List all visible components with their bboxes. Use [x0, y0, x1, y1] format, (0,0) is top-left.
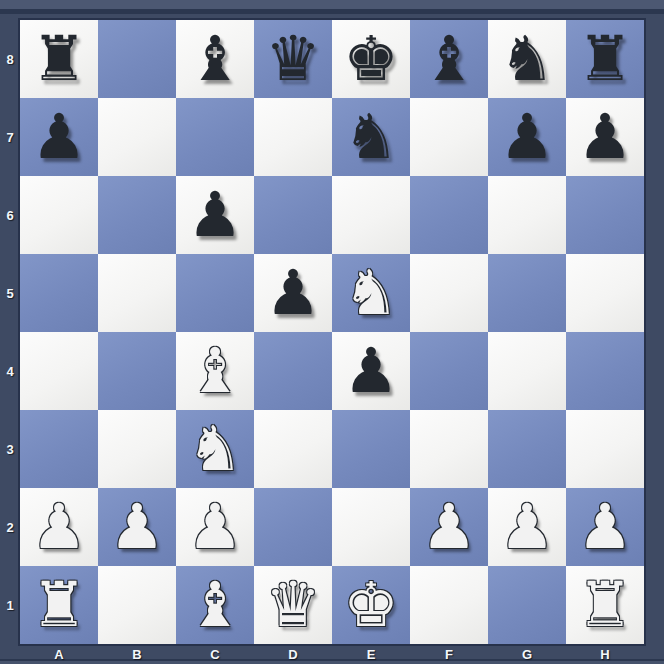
square-f3[interactable] [410, 410, 488, 488]
square-c2[interactable]: ♟ [176, 488, 254, 566]
black-queen[interactable]: ♛ [265, 20, 321, 98]
square-h8[interactable]: ♜ [566, 20, 644, 98]
square-f8[interactable]: ♝ [410, 20, 488, 98]
file-labels: ABCDEFGH [20, 644, 644, 664]
square-g2[interactable]: ♟ [488, 488, 566, 566]
square-g1[interactable] [488, 566, 566, 644]
rank-label-4: 4 [0, 332, 20, 410]
square-h6[interactable] [566, 176, 644, 254]
square-g3[interactable] [488, 410, 566, 488]
rank-label-6: 6 [0, 176, 20, 254]
square-f7[interactable] [410, 98, 488, 176]
square-g5[interactable] [488, 254, 566, 332]
square-f4[interactable] [410, 332, 488, 410]
square-b4[interactable] [98, 332, 176, 410]
square-h4[interactable] [566, 332, 644, 410]
black-rook[interactable]: ♜ [31, 20, 87, 98]
square-c5[interactable] [176, 254, 254, 332]
white-rook[interactable]: ♜ [577, 566, 633, 644]
square-d6[interactable] [254, 176, 332, 254]
white-pawn[interactable]: ♟ [109, 488, 165, 566]
square-b5[interactable] [98, 254, 176, 332]
square-h7[interactable]: ♟ [566, 98, 644, 176]
black-pawn[interactable]: ♟ [577, 98, 633, 176]
rank-labels: 87654321 [0, 20, 20, 644]
square-b7[interactable] [98, 98, 176, 176]
black-pawn[interactable]: ♟ [31, 98, 87, 176]
square-e4[interactable]: ♟ [332, 332, 410, 410]
square-d4[interactable] [254, 332, 332, 410]
white-knight[interactable]: ♞ [187, 410, 243, 488]
white-queen[interactable]: ♛ [265, 566, 321, 644]
square-b8[interactable] [98, 20, 176, 98]
file-label-e: E [332, 644, 410, 664]
square-b1[interactable] [98, 566, 176, 644]
file-label-c: C [176, 644, 254, 664]
square-d2[interactable] [254, 488, 332, 566]
square-d7[interactable] [254, 98, 332, 176]
file-label-d: D [254, 644, 332, 664]
square-e7[interactable]: ♞ [332, 98, 410, 176]
square-g6[interactable] [488, 176, 566, 254]
black-king[interactable]: ♚ [343, 20, 399, 98]
square-c1[interactable]: ♝ [176, 566, 254, 644]
black-pawn[interactable]: ♟ [187, 176, 243, 254]
square-f5[interactable] [410, 254, 488, 332]
square-f1[interactable] [410, 566, 488, 644]
file-label-h: H [566, 644, 644, 664]
square-b3[interactable] [98, 410, 176, 488]
square-d3[interactable] [254, 410, 332, 488]
square-e5[interactable]: ♞ [332, 254, 410, 332]
rank-label-7: 7 [0, 98, 20, 176]
square-e8[interactable]: ♚ [332, 20, 410, 98]
chess-board[interactable]: ♜♝♛♚♝♞♜♟♞♟♟♟♟♞♝♟♞♟♟♟♟♟♟♜♝♛♚♜ [20, 20, 644, 644]
square-h5[interactable] [566, 254, 644, 332]
file-label-b: B [98, 644, 176, 664]
file-label-g: G [488, 644, 566, 664]
white-pawn[interactable]: ♟ [499, 488, 555, 566]
white-rook[interactable]: ♜ [31, 566, 87, 644]
square-f2[interactable]: ♟ [410, 488, 488, 566]
square-c4[interactable]: ♝ [176, 332, 254, 410]
rank-label-1: 1 [0, 566, 20, 644]
square-g7[interactable]: ♟ [488, 98, 566, 176]
square-b6[interactable] [98, 176, 176, 254]
white-king[interactable]: ♚ [343, 566, 399, 644]
square-e2[interactable] [332, 488, 410, 566]
square-a8[interactable]: ♜ [20, 20, 98, 98]
square-a7[interactable]: ♟ [20, 98, 98, 176]
square-h2[interactable]: ♟ [566, 488, 644, 566]
chess-board-frame: 87654321 ♜♝♛♚♝♞♜♟♞♟♟♟♟♞♝♟♞♟♟♟♟♟♟♜♝♛♚♜ AB… [0, 0, 664, 664]
white-bishop[interactable]: ♝ [187, 566, 243, 644]
white-bishop[interactable]: ♝ [187, 332, 243, 410]
square-e3[interactable] [332, 410, 410, 488]
black-pawn[interactable]: ♟ [343, 332, 399, 410]
square-a6[interactable] [20, 176, 98, 254]
square-d5[interactable]: ♟ [254, 254, 332, 332]
black-bishop[interactable]: ♝ [421, 20, 477, 98]
rank-label-2: 2 [0, 488, 20, 566]
frame-top-bevel [0, 0, 664, 14]
white-pawn[interactable]: ♟ [187, 488, 243, 566]
black-knight[interactable]: ♞ [343, 98, 399, 176]
white-knight[interactable]: ♞ [343, 254, 399, 332]
square-b2[interactable]: ♟ [98, 488, 176, 566]
file-label-a: A [20, 644, 98, 664]
square-a4[interactable] [20, 332, 98, 410]
square-a3[interactable] [20, 410, 98, 488]
square-g4[interactable] [488, 332, 566, 410]
white-pawn[interactable]: ♟ [421, 488, 477, 566]
square-g8[interactable]: ♞ [488, 20, 566, 98]
square-a1[interactable]: ♜ [20, 566, 98, 644]
square-d8[interactable]: ♛ [254, 20, 332, 98]
black-pawn[interactable]: ♟ [265, 254, 321, 332]
square-c7[interactable] [176, 98, 254, 176]
square-c8[interactable]: ♝ [176, 20, 254, 98]
black-pawn[interactable]: ♟ [499, 98, 555, 176]
square-d1[interactable]: ♛ [254, 566, 332, 644]
square-c3[interactable]: ♞ [176, 410, 254, 488]
square-h3[interactable] [566, 410, 644, 488]
file-label-f: F [410, 644, 488, 664]
square-f6[interactable] [410, 176, 488, 254]
rank-label-3: 3 [0, 410, 20, 488]
black-knight[interactable]: ♞ [499, 20, 555, 98]
black-rook[interactable]: ♜ [577, 20, 633, 98]
white-pawn[interactable]: ♟ [31, 488, 87, 566]
square-a2[interactable]: ♟ [20, 488, 98, 566]
black-bishop[interactable]: ♝ [187, 20, 243, 98]
square-c6[interactable]: ♟ [176, 176, 254, 254]
rank-label-5: 5 [0, 254, 20, 332]
square-e1[interactable]: ♚ [332, 566, 410, 644]
white-pawn[interactable]: ♟ [577, 488, 633, 566]
square-h1[interactable]: ♜ [566, 566, 644, 644]
square-e6[interactable] [332, 176, 410, 254]
square-a5[interactable] [20, 254, 98, 332]
rank-label-8: 8 [0, 20, 20, 98]
